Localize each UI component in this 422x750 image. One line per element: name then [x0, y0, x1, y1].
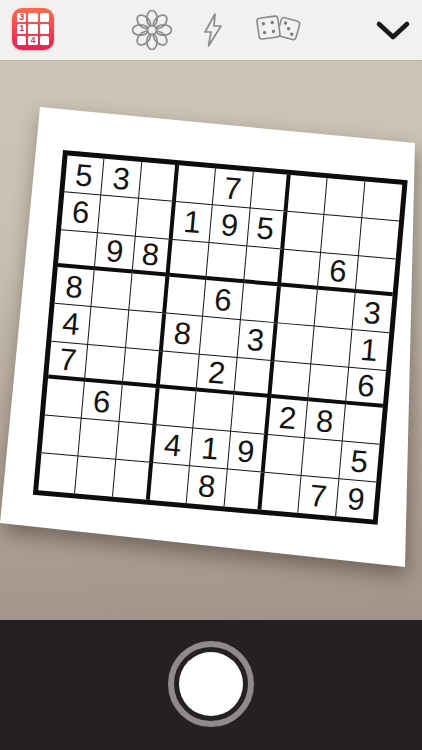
sudoku-cell-r7c5 [194, 392, 234, 432]
app-icon-cell-1: 3 [17, 13, 26, 22]
random-puzzle-button[interactable] [254, 8, 302, 50]
sudoku-cell-r1c1: 5 [64, 155, 104, 195]
chevron-down-icon [375, 20, 411, 42]
sudoku-cell-r1c4 [176, 165, 216, 205]
sudoku-cell-r7c3 [119, 385, 159, 425]
sudoku-cell-r5c4: 8 [163, 314, 203, 354]
sudoku-cell-r6c6 [234, 358, 274, 398]
sudoku-cell-r4c1: 8 [55, 267, 95, 307]
app-icon-cell-3 [40, 13, 49, 22]
sudoku-cell-r2c6: 5 [247, 209, 287, 249]
sudoku-cell-r2c4: 1 [173, 202, 213, 242]
sudoku-cell-r2c9 [359, 219, 399, 259]
sudoku-cell-r9c2 [75, 456, 115, 496]
sudoku-cell-r5c5 [200, 317, 240, 357]
sudoku-cell-r7c7: 2 [268, 398, 308, 438]
sudoku-board: 537619598686348317266284195879 [33, 150, 408, 525]
sudoku-cell-r1c5: 7 [213, 168, 253, 208]
sudoku-cell-r2c5: 9 [210, 206, 250, 246]
sudoku-cell-r4c8 [315, 290, 355, 330]
lightning-icon [200, 12, 226, 48]
sudoku-cell-r7c2: 6 [82, 382, 122, 422]
sudoku-cell-r6c3 [122, 348, 162, 388]
sudoku-cell-r9c6 [224, 469, 264, 509]
sudoku-cell-r2c1: 6 [61, 193, 101, 233]
sudoku-cell-r9c5: 8 [187, 466, 227, 506]
sudoku-cell-r1c7 [287, 175, 327, 215]
sudoku-cell-r7c8: 8 [305, 401, 345, 441]
sudoku-cell-r4c3 [129, 273, 169, 313]
sudoku-cell-r2c8 [321, 215, 361, 255]
sudoku-cell-r3c9 [355, 256, 395, 296]
sudoku-cell-r4c2 [92, 270, 132, 310]
sudoku-cell-r3c6 [244, 246, 284, 286]
sudoku-cell-r5c9: 1 [349, 330, 389, 370]
sudoku-cell-r3c5 [207, 243, 247, 283]
sudoku-cell-r4c4 [166, 277, 206, 317]
sudoku-cell-r9c8: 7 [299, 476, 339, 516]
app-icon-cell-5 [28, 24, 37, 33]
sudoku-cell-r7c6 [231, 395, 271, 435]
sudoku-cell-r8c1 [42, 416, 82, 456]
app-icon-cell-8: 4 [28, 36, 37, 45]
sudoku-cell-r8c3 [116, 422, 156, 462]
sudoku-cell-r6c5: 2 [197, 354, 237, 394]
sudoku-cell-r6c4 [160, 351, 200, 391]
sudoku-cell-r6c8 [308, 364, 348, 404]
sudoku-cell-r1c9 [362, 181, 402, 221]
sudoku-cell-r8c2 [79, 419, 119, 459]
sudoku-cell-r4c5: 6 [203, 280, 243, 320]
camera-toolbar: 314 [0, 0, 422, 61]
app-icon-cell-2 [28, 13, 37, 22]
dice-icon [254, 8, 302, 50]
sudoku-cell-r8c4: 4 [153, 426, 193, 466]
sudoku-cell-r2c7 [284, 212, 324, 252]
sudoku-cell-r4c6 [240, 283, 280, 323]
sudoku-cell-r9c4 [150, 463, 190, 503]
sudoku-cell-r4c9: 3 [352, 293, 392, 333]
camera-viewfinder[interactable]: 537619598686348317266284195879 [0, 60, 422, 620]
sudoku-cell-r2c2 [98, 196, 138, 236]
sudoku-cell-r5c8 [312, 327, 352, 367]
sudoku-cell-r1c2: 3 [101, 159, 141, 199]
sudoku-cell-r3c2: 9 [95, 233, 135, 273]
camera-controls-bar [0, 620, 422, 750]
sudoku-cell-r8c5: 1 [190, 429, 230, 469]
sudoku-cell-r3c1 [58, 230, 98, 270]
sudoku-cell-r7c9 [342, 405, 382, 445]
sudoku-cell-r8c9: 5 [339, 442, 379, 482]
sudoku-cell-r5c2 [88, 307, 128, 347]
sudoku-cell-r9c1 [38, 453, 78, 493]
sudoku-cell-r1c6 [250, 172, 290, 212]
sudoku-cell-r6c9: 6 [346, 367, 386, 407]
sudoku-cell-r8c8 [302, 439, 342, 479]
sudoku-cell-r7c4 [156, 388, 196, 428]
sudoku-cell-r6c1: 7 [48, 341, 88, 381]
sudoku-app-icon[interactable]: 314 [12, 8, 54, 50]
shutter-inner-circle [179, 652, 243, 716]
app-icon-cell-4: 1 [17, 24, 26, 33]
sudoku-cell-r8c6: 9 [227, 432, 267, 472]
flower-icon [132, 10, 172, 50]
collapse-button[interactable] [374, 18, 412, 44]
flash-button[interactable] [196, 12, 230, 48]
sudoku-cell-r2c3 [135, 199, 175, 239]
sudoku-cell-r5c1: 4 [51, 304, 91, 344]
sudoku-cell-r3c7 [281, 249, 321, 289]
effects-button[interactable] [132, 10, 172, 50]
app-icon-cell-6 [40, 24, 49, 33]
sudoku-cell-r1c8 [325, 178, 365, 218]
sudoku-cell-r5c7 [274, 324, 314, 364]
sudoku-cell-r5c6: 3 [237, 320, 277, 360]
app-icon-cell-9 [40, 36, 49, 45]
sudoku-cell-r6c2 [85, 345, 125, 385]
shutter-button[interactable] [168, 641, 254, 727]
sudoku-cell-r4c7 [278, 286, 318, 326]
sudoku-cell-r9c3 [113, 459, 153, 499]
app-icon-grid: 314 [17, 13, 49, 45]
sudoku-cell-r7c1 [45, 379, 85, 419]
sudoku-cell-r3c3: 8 [132, 236, 172, 276]
sudoku-cell-r5c3 [126, 311, 166, 351]
sudoku-cell-r1c3 [139, 162, 179, 202]
sudoku-cell-r9c9: 9 [336, 479, 376, 519]
sudoku-cell-r3c4 [169, 240, 209, 280]
sudoku-cell-r8c7 [265, 435, 305, 475]
app-icon-cell-7 [17, 36, 26, 45]
sudoku-cell-r6c7 [271, 361, 311, 401]
sudoku-cell-r9c7 [261, 472, 301, 512]
sudoku-cell-r3c8: 6 [318, 253, 358, 293]
